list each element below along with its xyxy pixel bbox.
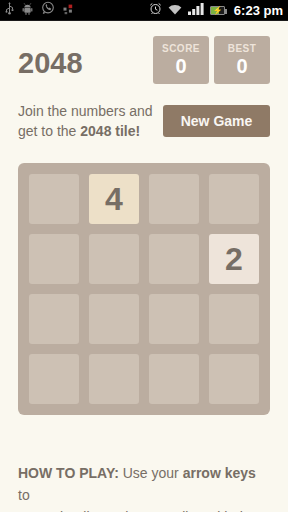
how-to-play-text: HOW TO PLAY: Use your arrow keys tomove … <box>18 462 270 512</box>
empty-cell <box>209 294 259 344</box>
usb-icon <box>5 1 14 19</box>
battery-charging-bolt: ⚡ <box>213 6 223 15</box>
alarm-clock-icon <box>149 1 162 19</box>
signal-bars-icon <box>188 1 204 19</box>
android-icon <box>22 1 33 19</box>
subtitle-goal: 2048 tile! <box>80 123 140 139</box>
status-bar: ⚡ 6:23 pm <box>0 0 288 21</box>
battery-icon: ⚡ <box>210 6 225 15</box>
game-header: 2048 SCORE 0 BEST 0 <box>18 36 270 84</box>
game-subtitle: Join the numbers andget to the 2048 tile… <box>18 101 153 141</box>
game-page: 2048 SCORE 0 BEST 0 Join the numbers and… <box>0 36 288 512</box>
empty-cell <box>89 354 139 404</box>
page-title: 2048 <box>18 41 83 80</box>
phone-screen: ⚡ 6:23 pm 2048 SCORE 0 BEST 0 Join the n… <box>0 0 288 512</box>
empty-cell <box>209 354 259 404</box>
empty-cell <box>149 234 199 284</box>
empty-cell <box>149 294 199 344</box>
status-bar-left-icons <box>5 1 73 19</box>
empty-cell <box>209 174 259 224</box>
empty-cell <box>89 294 139 344</box>
score-value: 0 <box>175 55 186 78</box>
new-game-button[interactable]: New Game <box>163 105 270 137</box>
empty-cell <box>149 354 199 404</box>
empty-cell <box>29 354 79 404</box>
score-panel: SCORE 0 BEST 0 <box>153 36 270 84</box>
tile-4: 4 <box>89 174 139 224</box>
wifi-icon <box>168 1 182 19</box>
best-value: 0 <box>236 55 247 78</box>
status-bar-right-icons: ⚡ 6:23 pm <box>149 1 283 19</box>
whatsapp-icon <box>41 1 55 19</box>
score-label: SCORE <box>162 43 200 54</box>
empty-cell <box>89 234 139 284</box>
empty-cell <box>29 294 79 344</box>
status-bar-clock: 6:23 pm <box>234 3 283 18</box>
best-label: BEST <box>228 43 257 54</box>
intro-row: Join the numbers andget to the 2048 tile… <box>18 101 270 141</box>
tile-2: 2 <box>209 234 259 284</box>
empty-cell <box>29 174 79 224</box>
empty-cell <box>149 174 199 224</box>
notification-alert-icon <box>63 1 73 19</box>
board-grid[interactable]: 42 <box>18 163 270 415</box>
best-box: BEST 0 <box>214 36 270 84</box>
empty-cell <box>29 234 79 284</box>
score-box: SCORE 0 <box>153 36 209 84</box>
